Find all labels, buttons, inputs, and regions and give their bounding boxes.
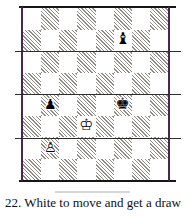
square-g3 [132,116,150,138]
square-h1 [150,159,168,181]
square-g8 [132,8,150,30]
square-g1 [132,159,150,181]
square-b4: ♟ [41,94,59,116]
scan-artifact [55,191,130,193]
square-h4 [150,94,168,116]
square-e7 [96,30,114,52]
square-g4 [132,94,150,116]
square-c3 [59,116,77,138]
square-g2 [132,137,150,159]
square-e5 [96,73,114,95]
piece-black-pawn: ♟ [44,97,57,111]
square-f3 [114,116,132,138]
square-a3 [23,116,41,138]
piece-white-pawn: ♙ [44,140,57,154]
square-b7 [41,30,59,52]
square-f5 [114,73,132,95]
square-d8 [77,8,95,30]
square-b2: ♙ [41,137,59,159]
square-a7 [23,30,41,52]
square-d4 [77,94,95,116]
square-b5 [41,73,59,95]
board-bottom-border [19,180,176,182]
square-e2 [96,137,114,159]
square-c5 [59,73,77,95]
square-d5 [77,73,95,95]
square-d6 [77,51,95,73]
square-f8 [114,8,132,30]
square-h7 [150,30,168,52]
square-a4 [23,94,41,116]
square-e3 [96,116,114,138]
square-c7 [59,30,77,52]
square-e8 [96,8,114,30]
square-g6 [132,51,150,73]
square-c6 [59,51,77,73]
row-separator-line [15,94,181,95]
square-d1 [77,159,95,181]
square-b6 [41,51,59,73]
piece-black-king: ♚ [116,96,130,112]
square-a8 [23,8,41,30]
square-e6 [96,51,114,73]
square-g5 [132,73,150,95]
square-c1 [59,159,77,181]
square-e1 [96,159,114,181]
square-h2 [150,137,168,159]
square-b8 [41,8,59,30]
row-separator-line [15,138,181,139]
square-a1 [23,159,41,181]
square-d3: ♔ [77,116,95,138]
square-h3 [150,116,168,138]
square-b3 [41,116,59,138]
piece-white-king: ♔ [79,117,93,133]
square-g7 [132,30,150,52]
square-f2 [114,137,132,159]
square-a2 [23,137,41,159]
square-d7 [77,30,95,52]
square-f4: ♚ [114,94,132,116]
square-e4 [96,94,114,116]
square-f6 [114,51,132,73]
square-c4 [59,94,77,116]
row-separator-line [15,51,181,52]
square-c2 [59,137,77,159]
square-c8 [59,8,77,30]
square-d2 [77,137,95,159]
square-f7: ♝ [114,30,132,52]
square-h6 [150,51,168,73]
caption: 22. White to move and get a draw [0,194,186,212]
square-h5 [150,73,168,95]
square-f1 [114,159,132,181]
square-b1 [41,159,59,181]
square-h8 [150,8,168,30]
square-a6 [23,51,41,73]
piece-black-bishop: ♝ [116,31,130,47]
square-a5 [23,73,41,95]
